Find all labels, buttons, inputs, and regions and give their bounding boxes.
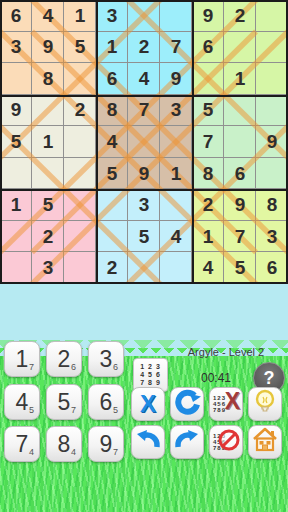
cell-r3c3[interactable] [64,63,96,95]
digit-r7c1: 1 [0,189,32,221]
cell-r8c1[interactable] [0,221,32,253]
digit-r1c4: 3 [96,0,128,32]
restart-button[interactable] [170,387,204,421]
numpad-digit: 2 [58,348,71,371]
numpad-count: 5 [29,406,34,415]
numpad-key-2[interactable]: 26 [46,341,82,377]
digit-r1c8: 2 [224,0,256,32]
numpad-count: 4 [29,448,34,457]
cell-r4c2[interactable] [32,95,64,127]
disable-notes-button[interactable]: 123456789 [209,425,243,459]
digit-r1c7: 9 [192,0,224,32]
numpad-count: 6 [113,363,118,372]
digit-r3c5: 4 [128,63,160,95]
digit-r2c6: 7 [160,32,192,64]
cell-r9c3[interactable] [64,252,96,284]
cell-r7c3[interactable] [64,189,96,221]
numpad-key-1[interactable]: 17 [4,341,40,377]
digit-r8c2: 2 [32,221,64,253]
numpad-key-9[interactable]: 97 [88,426,124,462]
digit-r5c4: 4 [96,126,128,158]
digit-r2c1: 3 [0,32,32,64]
notes-card-row: 4 5 6 [140,371,161,379]
digit-r9c7: 4 [192,252,224,284]
cell-r3c9[interactable] [256,63,288,95]
digit-r8c9: 3 [256,221,288,253]
erase-x-icon: X [140,392,156,416]
digit-r5c1: 5 [0,126,32,158]
digit-r5c7: 7 [192,126,224,158]
cell-r4c8[interactable] [224,95,256,127]
cell-r8c4[interactable] [96,221,128,253]
numpad-digit: 8 [58,433,71,456]
digit-r7c8: 9 [224,189,256,221]
numpad-key-3[interactable]: 36 [88,341,124,377]
digit-r9c9: 6 [256,252,288,284]
cell-r4c9[interactable] [256,95,288,127]
digit-r8c8: 7 [224,221,256,253]
numpad-digit: 4 [16,391,29,414]
numpad-count: 7 [113,448,118,457]
cell-r1c5[interactable] [128,0,160,32]
numpad-key-4[interactable]: 45 [4,384,40,420]
cell-r5c5[interactable] [128,126,160,158]
numpad-digit: 5 [58,391,71,414]
sudoku-board[interactable]: 6413923951276864919287355147959186153298… [0,0,288,284]
cell-r2c9[interactable] [256,32,288,64]
cell-r5c3[interactable] [64,126,96,158]
cell-r7c6[interactable] [160,189,192,221]
digit-r2c2: 9 [32,32,64,64]
digit-r6c7: 8 [192,158,224,190]
restart-arrow-icon [173,388,201,420]
cell-r8c3[interactable] [64,221,96,253]
numpad-count: 7 [71,406,76,415]
digit-r7c9: 8 [256,189,288,221]
digit-r6c6: 1 [160,158,192,190]
digit-r1c3: 1 [64,0,96,32]
numpad-count: 5 [113,406,118,415]
digit-r8c5: 5 [128,221,160,253]
cell-r3c1[interactable] [0,63,32,95]
digit-r7c5: 3 [128,189,160,221]
digit-r4c6: 3 [160,95,192,127]
numpad-key-7[interactable]: 74 [4,426,40,462]
digit-r6c8: 6 [224,158,256,190]
numpad-digit: 3 [100,348,113,371]
undo-arrow-icon [134,426,162,458]
cell-r5c8[interactable] [224,126,256,158]
numpad-count: 7 [29,363,34,372]
digit-r2c7: 6 [192,32,224,64]
app-screen: 6413923951276864919287355147959186153298… [0,0,288,512]
redo-arrow-icon [173,426,201,458]
numpad-key-5[interactable]: 57 [46,384,82,420]
digit-r8c7: 1 [192,221,224,253]
cell-r9c1[interactable] [0,252,32,284]
cell-r6c1[interactable] [0,158,32,190]
cell-r2c8[interactable] [224,32,256,64]
digit-r4c1: 9 [0,95,32,127]
numpad-digit: 1 [16,348,29,371]
hint-button[interactable] [248,387,282,421]
lightbulb-icon [251,388,279,420]
cell-r9c5[interactable] [128,252,160,284]
numpad-digit: 6 [100,391,113,414]
digit-r2c3: 5 [64,32,96,64]
cell-r1c6[interactable] [160,0,192,32]
digit-r3c6: 9 [160,63,192,95]
redo-button[interactable] [170,425,204,459]
digit-r4c3: 2 [64,95,96,127]
digit-r1c1: 6 [0,0,32,32]
numpad-key-6[interactable]: 65 [88,384,124,420]
digit-r9c2: 3 [32,252,64,284]
digit-r4c7: 5 [192,95,224,127]
digit-r2c5: 2 [128,32,160,64]
home-icon [251,426,279,458]
digit-r7c7: 2 [192,189,224,221]
digit-r4c5: 7 [128,95,160,127]
digit-r1c2: 4 [32,0,64,32]
numpad-count: 4 [71,448,76,457]
undo-button[interactable] [131,425,165,459]
digit-r7c2: 5 [32,189,64,221]
cell-r7c4[interactable] [96,189,128,221]
timer: 00:41 [186,371,246,385]
digit-r2c4: 1 [96,32,128,64]
cell-r6c3[interactable] [64,158,96,190]
digit-r6c5: 9 [128,158,160,190]
cell-r6c9[interactable] [256,158,288,190]
cell-r9c6[interactable] [160,252,192,284]
cell-r1c9[interactable] [256,0,288,32]
digit-r9c4: 2 [96,252,128,284]
clear-notes-button[interactable]: 123456789 X [209,387,243,421]
digit-r5c9: 9 [256,126,288,158]
cell-r6c2[interactable] [32,158,64,190]
notes-card-row: 1 2 3 [140,363,161,371]
notes-card-row: 7 8 9 [140,379,161,387]
cell-r5c6[interactable] [160,126,192,158]
digit-r3c8: 1 [224,63,256,95]
red-x-icon: X [225,389,240,414]
digit-r3c4: 6 [96,63,128,95]
digit-r8c6: 4 [160,221,192,253]
numpad-digit: 9 [100,433,113,456]
home-button[interactable] [248,425,282,459]
digit-r4c4: 8 [96,95,128,127]
numpad-count: 6 [71,363,76,372]
no-entry-icon [217,428,241,456]
numpad-key-8[interactable]: 84 [46,426,82,462]
level-title: Argyle - Level 2 [166,346,286,358]
digit-r9c8: 5 [224,252,256,284]
digit-r6c4: 5 [96,158,128,190]
cell-r3c7[interactable] [192,63,224,95]
numpad-digit: 7 [16,433,29,456]
question-mark-icon: ? [264,368,275,389]
erase-button[interactable]: X [131,387,165,421]
digit-r5c2: 1 [32,126,64,158]
digit-r3c2: 8 [32,63,64,95]
